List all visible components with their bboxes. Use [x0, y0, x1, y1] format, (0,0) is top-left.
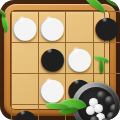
board-cell-r1c1[interactable]: ● — [11, 11, 38, 42]
board-cell-r2c3[interactable]: ● — [65, 42, 92, 73]
black-stone: ● — [39, 43, 65, 73]
black-stone: ● — [12, 105, 38, 120]
white-stone: ● — [39, 12, 65, 42]
bowl-stone-black — [90, 116, 99, 120]
white-stone: ● — [39, 74, 65, 104]
board-cell-r1c2[interactable]: ● — [38, 11, 65, 42]
board-cell-r3c1[interactable] — [11, 73, 38, 104]
board-cell-r2c2[interactable]: ● — [38, 42, 65, 73]
white-stone: ● — [66, 43, 92, 73]
bowl-stone-black — [101, 118, 110, 120]
board-cell-r3c2[interactable]: ● — [38, 73, 65, 104]
board-cell-r1c4[interactable]: ● — [93, 11, 120, 42]
board-cell-r2c1[interactable] — [11, 42, 38, 73]
app-icon: ●●●●●●●● — [0, 0, 120, 120]
white-stone: ● — [12, 12, 38, 42]
board-cell-r1c3[interactable] — [65, 11, 92, 42]
bowl-stone-white — [94, 104, 103, 113]
black-stone: ● — [94, 12, 120, 42]
board-cell-r4c1[interactable]: ● — [11, 104, 38, 120]
